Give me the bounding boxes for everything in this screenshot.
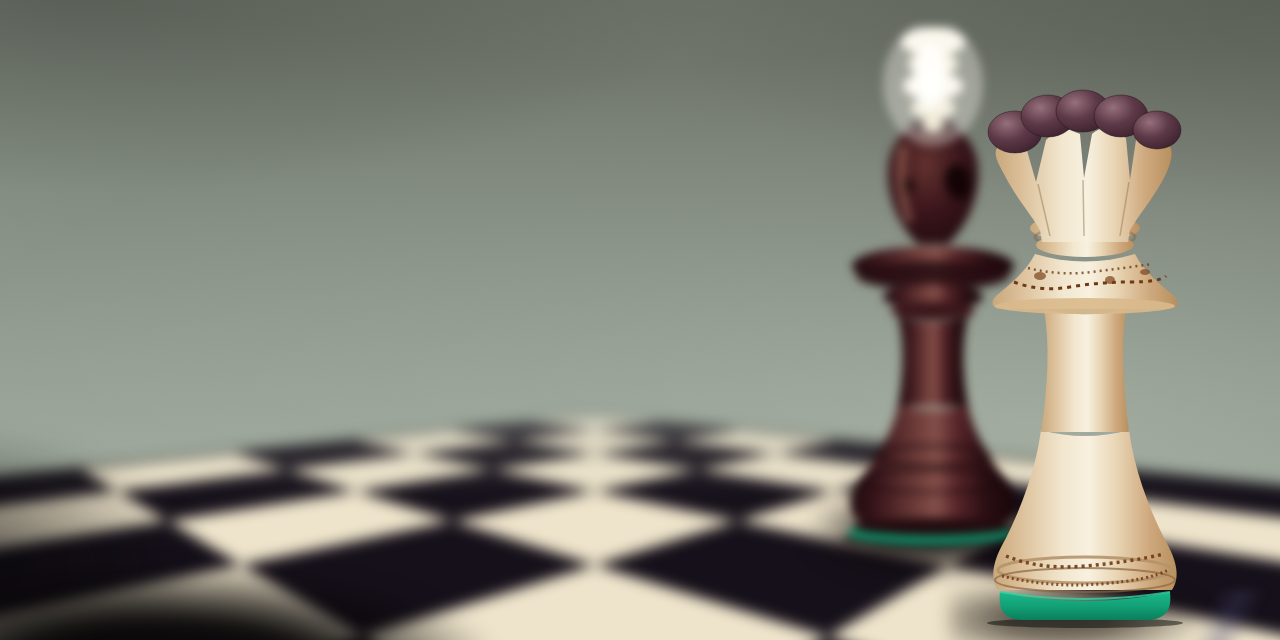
- king-stem: [898, 316, 968, 406]
- queen-stem: [1041, 309, 1129, 432]
- board-square: [336, 0, 855, 91]
- queen-felt-base: [1000, 592, 1171, 620]
- chess-photo-scene: [0, 0, 1280, 640]
- queen-crown-beads: [988, 90, 1181, 153]
- board-square: [0, 0, 595, 4]
- king-finial: [883, 26, 983, 146]
- board-front-shadow: [0, 566, 490, 640]
- queen-disc: [993, 254, 1178, 314]
- board-square: [595, 0, 1280, 4]
- white-queen-piece: [980, 86, 1190, 628]
- queen-base: [993, 430, 1176, 592]
